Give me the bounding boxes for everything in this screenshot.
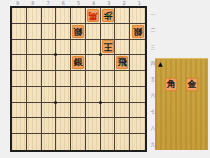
board-square xyxy=(101,24,116,40)
board-square xyxy=(27,8,42,24)
board-square xyxy=(115,8,130,24)
board-square: 王 xyxy=(101,40,116,56)
board-square xyxy=(27,71,42,87)
shogi-piece-31: 歩 xyxy=(102,9,114,22)
row-label: 一 xyxy=(149,6,157,22)
board-square xyxy=(130,40,145,56)
board-square xyxy=(86,71,101,87)
hand-piece: 角 xyxy=(165,78,177,91)
shogi-piece-54: 銀 xyxy=(72,56,84,69)
board-square xyxy=(115,134,130,150)
board-square xyxy=(71,40,86,56)
board-square xyxy=(27,134,42,150)
board-square xyxy=(71,103,86,119)
board-square xyxy=(130,8,145,24)
board-square xyxy=(71,134,86,150)
board-square xyxy=(12,55,27,71)
board-square xyxy=(130,134,145,150)
tsume-shogi-widget[interactable]: 987654321 馬歩銀銀王銀飛 一二三四五六七八九 ▲ 角金 xyxy=(0,0,210,158)
board-square xyxy=(12,40,27,56)
board-square xyxy=(42,55,57,71)
board-square xyxy=(71,8,86,24)
board-square: 飛 xyxy=(115,55,130,71)
board-square xyxy=(42,24,57,40)
board-square: 銀 xyxy=(130,24,145,40)
board-square xyxy=(12,87,27,103)
board-square xyxy=(86,24,101,40)
board-square xyxy=(115,71,130,87)
board-square xyxy=(56,24,71,40)
board-square xyxy=(56,87,71,103)
board-square xyxy=(56,40,71,56)
shogi-piece-12: 銀 xyxy=(132,25,144,38)
board-square xyxy=(27,40,42,56)
board-square xyxy=(86,55,101,71)
board-square xyxy=(115,118,130,134)
board-square xyxy=(101,55,116,71)
board-square xyxy=(12,24,27,40)
board-square xyxy=(130,55,145,71)
board-square xyxy=(71,71,86,87)
shogi-board: 馬歩銀銀王銀飛 xyxy=(10,6,147,152)
board-square xyxy=(12,118,27,134)
hoshi-dot xyxy=(99,101,102,104)
board-square xyxy=(130,118,145,134)
board-square xyxy=(12,8,27,24)
board-square xyxy=(115,103,130,119)
board-square xyxy=(101,134,116,150)
board-square xyxy=(115,40,130,56)
board-square xyxy=(27,103,42,119)
board-square xyxy=(27,55,42,71)
board-square xyxy=(86,134,101,150)
board-square xyxy=(115,87,130,103)
board-square xyxy=(27,87,42,103)
shogi-piece-24: 飛 xyxy=(116,56,128,69)
board-square xyxy=(56,8,71,24)
board-square xyxy=(56,55,71,71)
board-square xyxy=(27,118,42,134)
board-square xyxy=(71,87,86,103)
board-square xyxy=(42,8,57,24)
board-square xyxy=(71,118,86,134)
board-square xyxy=(130,87,145,103)
board-square xyxy=(42,134,57,150)
board-square: 馬 xyxy=(86,8,101,24)
board-square xyxy=(101,118,116,134)
board-square xyxy=(101,87,116,103)
shogi-piece-52: 銀 xyxy=(72,25,84,38)
board-square xyxy=(27,24,42,40)
shogi-piece-41: 馬 xyxy=(87,9,99,22)
hand-tray: ▲ 角金 xyxy=(155,58,208,150)
board-square xyxy=(56,134,71,150)
board-square xyxy=(56,103,71,119)
board-square xyxy=(101,71,116,87)
row-label: 二 xyxy=(149,22,157,38)
board-square xyxy=(42,118,57,134)
board-square xyxy=(130,71,145,87)
board-grid: 馬歩銀銀王銀飛 xyxy=(12,8,145,150)
hand-pieces: 角金 xyxy=(155,78,208,91)
board-square xyxy=(101,103,116,119)
board-square: 銀 xyxy=(71,24,86,40)
board-square xyxy=(12,134,27,150)
board-square xyxy=(12,71,27,87)
row-label: 三 xyxy=(149,38,157,54)
board-square: 歩 xyxy=(101,8,116,24)
board-square xyxy=(42,71,57,87)
board-square xyxy=(12,103,27,119)
hand-piece: 金 xyxy=(186,78,198,91)
board-square xyxy=(86,87,101,103)
board-square xyxy=(86,118,101,134)
board-square xyxy=(130,103,145,119)
board-square xyxy=(56,71,71,87)
board-square xyxy=(86,103,101,119)
board-square xyxy=(115,24,130,40)
board-square: 銀 xyxy=(71,55,86,71)
board-square xyxy=(56,118,71,134)
sente-marker-icon: ▲ xyxy=(158,60,163,67)
shogi-piece-33: 王 xyxy=(102,40,114,53)
board-square xyxy=(42,103,57,119)
